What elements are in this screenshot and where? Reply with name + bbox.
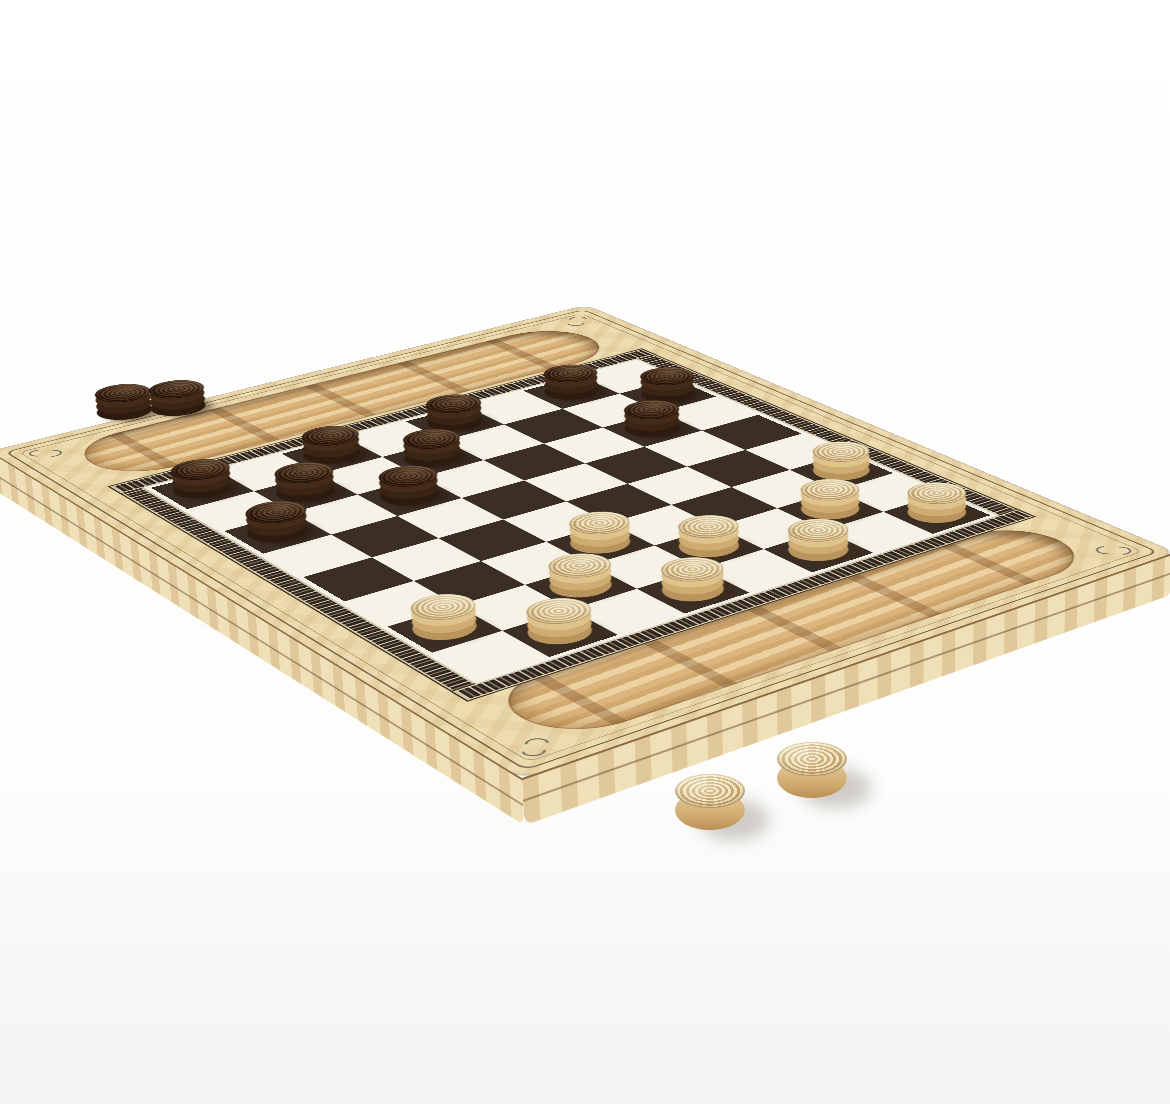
dark-piece-layer (613, 402, 690, 429)
square-1-0[interactable] (523, 376, 619, 409)
dark-piece-layer (293, 433, 371, 461)
product-photo-stage (0, 0, 1170, 1104)
dark-piece-layer (534, 372, 608, 397)
dark-piece-layer (161, 455, 241, 484)
dark-piece-layer (293, 440, 371, 468)
dark-piece-layer (162, 467, 242, 497)
light-piece-layer (801, 437, 881, 466)
dark-piece[interactable] (534, 380, 608, 405)
dark-piece-layer (85, 380, 160, 406)
square-1-2[interactable] (603, 412, 702, 447)
dark-piece[interactable] (394, 445, 472, 473)
dark-piece-layer (534, 378, 608, 403)
board-3d-scene (0, 0, 1170, 1104)
corner-flourish-icon (23, 445, 71, 462)
dark-piece-layer (292, 427, 370, 455)
square-2-2[interactable] (544, 428, 644, 464)
light-piece-top (777, 742, 847, 776)
square-0-4[interactable] (745, 434, 846, 470)
dark-piece-layer (393, 436, 471, 464)
dark-piece-layer (139, 376, 214, 402)
dark-piece-layer (416, 396, 492, 422)
square-2-0[interactable] (465, 391, 562, 425)
square-3-2[interactable] (483, 444, 585, 481)
dark-piece[interactable] (417, 410, 493, 437)
dark-piece-layer (614, 414, 691, 441)
greek-key-border-left (110, 349, 654, 493)
square-0-0[interactable] (580, 362, 675, 394)
square-2-4[interactable] (628, 467, 732, 505)
dark-piece-layer (614, 408, 691, 435)
dark-piece[interactable] (163, 475, 243, 505)
dark-piece-layer (392, 425, 470, 453)
square-0-3[interactable] (702, 415, 802, 450)
corner-flourish-icon (555, 315, 598, 329)
dark-piece-on-rim[interactable] (87, 399, 162, 425)
dark-piece-layer (533, 361, 607, 386)
dark-piece-layer (393, 430, 471, 458)
dark-piece-layer (161, 460, 241, 489)
square-4-1[interactable] (382, 440, 483, 477)
light-piece-top (675, 774, 745, 808)
square-0-1[interactable] (620, 379, 717, 412)
dark-piece-layer (417, 408, 493, 435)
light-piece-on-table[interactable] (777, 742, 847, 798)
dark-piece-on-rim[interactable] (141, 395, 216, 421)
dark-piece-layer (86, 385, 161, 411)
dark-piece-layer (613, 396, 690, 423)
dark-piece-layer (141, 394, 216, 420)
dark-piece-layer (630, 369, 705, 394)
square-3-1[interactable] (444, 424, 544, 460)
dark-piece-layer (140, 382, 215, 408)
dark-piece-layer (416, 390, 492, 416)
dark-piece-layer (416, 402, 492, 429)
dark-piece-layer (140, 388, 215, 414)
square-0-2[interactable] (660, 397, 758, 431)
light-piece-on-table[interactable] (675, 774, 745, 830)
dark-piece[interactable] (614, 416, 691, 443)
dark-piece[interactable] (293, 441, 371, 469)
dark-piece-layer (630, 375, 705, 400)
square-2-1[interactable] (504, 409, 603, 444)
square-1-3[interactable] (644, 431, 745, 467)
square-1-1[interactable] (563, 394, 661, 428)
piece-tray-groove-left (63, 324, 622, 481)
dark-piece-layer (630, 364, 705, 389)
light-piece-layer (801, 443, 881, 472)
light-piece-layer (801, 449, 881, 478)
square-5-0[interactable] (282, 437, 383, 473)
square-2-3[interactable] (585, 447, 687, 484)
square-4-2[interactable] (421, 460, 524, 498)
dark-piece-layer (534, 366, 608, 391)
square-3-3[interactable] (524, 463, 627, 501)
game-board (0, 306, 1170, 779)
square-4-0[interactable] (345, 421, 444, 457)
dark-piece-layer (87, 398, 162, 424)
dark-piece-layer (292, 422, 370, 450)
square-3-0[interactable] (406, 406, 504, 441)
square-1-4[interactable] (687, 450, 790, 487)
dark-piece-layer (87, 392, 162, 418)
dark-piece[interactable] (630, 382, 705, 408)
dark-piece-layer (394, 443, 472, 471)
dark-piece-layer (630, 381, 705, 406)
